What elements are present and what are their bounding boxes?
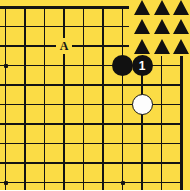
grid-line-vertical <box>24 6 25 191</box>
triangle-mark-icon <box>154 19 170 34</box>
triangle-mark-icon <box>173 19 189 34</box>
triangle-mark-icon <box>154 0 170 15</box>
go-board-diagram: A1 <box>0 0 190 190</box>
triangle-mark-icon <box>134 0 150 15</box>
white-stone <box>132 94 153 115</box>
triangle-mark-icon <box>134 39 150 54</box>
grid-line-vertical <box>102 6 103 191</box>
grid-line-horizontal <box>0 104 183 105</box>
star-point <box>4 64 8 68</box>
grid-line-vertical <box>63 6 64 191</box>
star-point <box>121 181 125 185</box>
grid-line-vertical <box>44 6 45 191</box>
triangle-mark-icon <box>154 39 170 54</box>
grid-line-horizontal <box>0 65 183 66</box>
grid-line-horizontal <box>0 182 183 183</box>
triangle-mark-icon <box>173 39 189 54</box>
grid-line-horizontal <box>0 143 183 144</box>
star-point <box>4 181 8 185</box>
grid-line-horizontal <box>0 123 183 124</box>
triangle-mark-icon <box>134 19 150 34</box>
grid-line-vertical <box>83 6 84 191</box>
letter-mark-a: A <box>56 38 72 54</box>
grid-line-vertical <box>122 6 123 191</box>
grid-line-horizontal <box>0 84 183 85</box>
grid-line-vertical <box>5 6 6 191</box>
move-1-black-stone: 1 <box>132 55 153 76</box>
black-stone <box>112 55 133 76</box>
board-edge-top <box>0 6 131 9</box>
triangle-mark-icon <box>173 0 189 15</box>
move-number-label: 1 <box>139 60 146 72</box>
grid-line-horizontal <box>0 162 183 163</box>
